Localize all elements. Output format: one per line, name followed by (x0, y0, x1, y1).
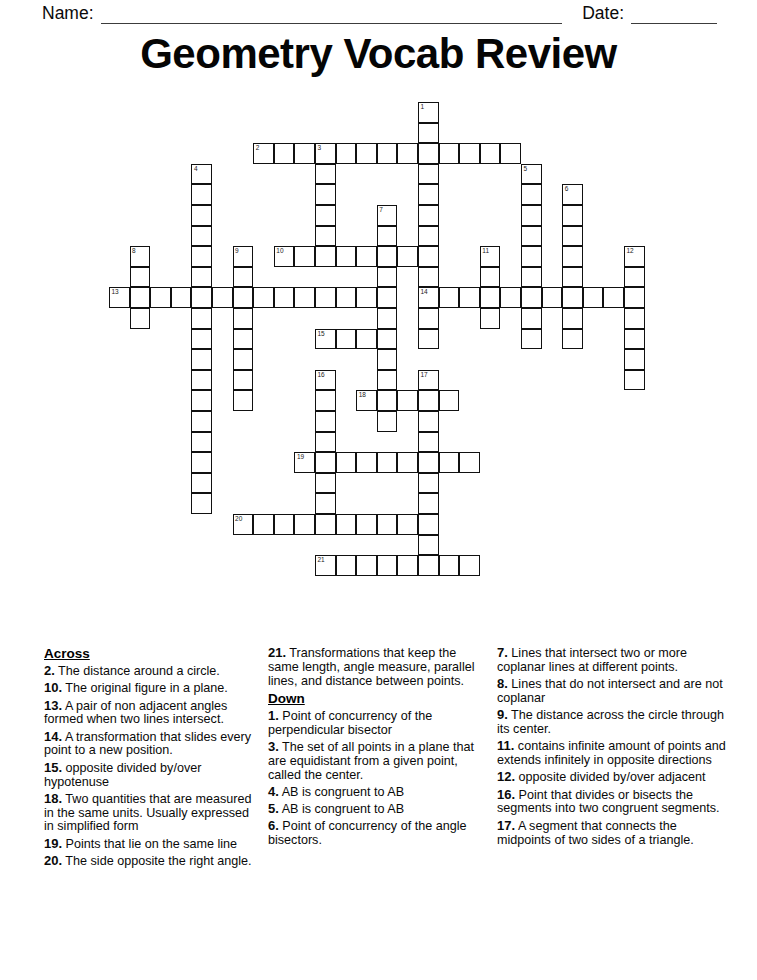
grid-cell[interactable] (171, 287, 192, 308)
grid-cell[interactable]: 13 (109, 287, 130, 308)
cell-number: 15 (318, 330, 325, 337)
grid-cell[interactable] (191, 411, 212, 432)
grid-cell[interactable] (315, 246, 336, 267)
grid-cell[interactable] (130, 287, 151, 308)
grid-cell[interactable]: 8 (130, 246, 151, 267)
grid-cell[interactable] (191, 432, 212, 453)
grid-cell[interactable] (315, 390, 336, 411)
grid-cell[interactable] (562, 287, 583, 308)
clue-11: 11. contains infinite amount of points a… (497, 739, 727, 768)
grid-cell[interactable]: 1 (418, 102, 439, 123)
grid-cell[interactable] (191, 184, 212, 205)
grid-cell[interactable]: 6 (562, 184, 583, 205)
grid-cell[interactable] (583, 287, 604, 308)
grid-cell[interactable] (624, 267, 645, 288)
grid-cell[interactable] (336, 555, 357, 576)
grid-cell[interactable] (439, 143, 460, 164)
grid-cell[interactable] (521, 246, 542, 267)
clue-4: 4. AB is congruent to AB (268, 785, 487, 800)
grid-cell[interactable] (315, 432, 336, 453)
grid-cell[interactable] (562, 267, 583, 288)
grid-cell[interactable] (356, 555, 377, 576)
grid-cell[interactable] (480, 267, 501, 288)
grid-cell[interactable] (233, 308, 254, 329)
grid-cell[interactable] (418, 514, 439, 535)
grid-cell[interactable] (521, 308, 542, 329)
clue-14: 14. A transformation that slides every p… (44, 730, 258, 759)
grid-cell[interactable] (377, 329, 398, 350)
grid-cell[interactable] (377, 349, 398, 370)
grid-cell[interactable] (439, 287, 460, 308)
grid-cell[interactable] (521, 184, 542, 205)
grid-cell[interactable] (315, 164, 336, 185)
grid-cell[interactable] (397, 246, 418, 267)
grid-cell[interactable] (624, 370, 645, 391)
cell-number: 10 (276, 247, 283, 254)
grid-cell[interactable] (480, 308, 501, 329)
grid-cell[interactable]: 21 (315, 555, 336, 576)
grid-cell[interactable] (191, 308, 212, 329)
grid-cell[interactable]: 19 (294, 452, 315, 473)
grid-cell[interactable] (274, 514, 295, 535)
cell-number: 20 (235, 515, 242, 522)
grid-cell[interactable] (377, 267, 398, 288)
grid-cell[interactable] (191, 329, 212, 350)
grid-cell[interactable] (418, 493, 439, 514)
grid-cell[interactable] (480, 143, 501, 164)
grid-cell[interactable] (603, 287, 624, 308)
grid-cell[interactable] (562, 246, 583, 267)
cell-number: 1 (421, 103, 425, 110)
grid-cell[interactable] (191, 267, 212, 288)
grid-cell[interactable]: 18 (356, 390, 377, 411)
clue-list: Across2. The distance around a circle.10… (44, 646, 737, 871)
cell-number: 11 (482, 247, 489, 254)
grid-cell[interactable] (315, 493, 336, 514)
grid-cell[interactable] (418, 123, 439, 144)
grid-cell[interactable] (397, 452, 418, 473)
grid-cell[interactable] (191, 370, 212, 391)
grid-cell[interactable] (191, 473, 212, 494)
grid-cell[interactable] (336, 329, 357, 350)
grid-cell[interactable] (336, 452, 357, 473)
grid-cell[interactable] (418, 226, 439, 247)
grid-cell[interactable]: 17 (418, 370, 439, 391)
grid-cell[interactable] (459, 555, 480, 576)
grid-cell[interactable] (294, 143, 315, 164)
grid-cell[interactable]: 10 (274, 246, 295, 267)
worksheet-page: { "header": { "name_label": "Name:", "da… (0, 0, 757, 980)
clue-7: 7. Lines that intersect two or more copl… (497, 646, 727, 675)
grid-cell[interactable] (418, 452, 439, 473)
clue-16: 16. Point that divides or bisects the se… (497, 788, 727, 817)
grid-cell[interactable] (377, 287, 398, 308)
grid-cell[interactable] (418, 390, 439, 411)
grid-cell[interactable] (356, 287, 377, 308)
grid-cell[interactable] (356, 329, 377, 350)
grid-cell[interactable] (191, 390, 212, 411)
clue-18: 18. Two quantities that are measured in … (44, 792, 258, 834)
grid-cell[interactable] (336, 143, 357, 164)
grid-cell[interactable] (377, 143, 398, 164)
grid-cell[interactable] (191, 349, 212, 370)
grid-cell[interactable] (562, 226, 583, 247)
grid-cell[interactable] (315, 452, 336, 473)
crossword-grid: 123456789101112131415161718192021 (109, 102, 646, 577)
grid-cell[interactable] (500, 143, 521, 164)
cell-number: 9 (235, 247, 239, 254)
grid-cell[interactable] (624, 329, 645, 350)
grid-cell[interactable] (418, 184, 439, 205)
grid-cell[interactable]: 14 (418, 287, 439, 308)
clue-3: 3. The set of all points in a plane that… (268, 740, 487, 782)
grid-cell[interactable] (130, 308, 151, 329)
grid-cell[interactable] (253, 287, 274, 308)
cell-number: 4 (194, 165, 198, 172)
grid-cell[interactable]: 20 (233, 514, 254, 535)
name-label: Name: (42, 2, 94, 24)
grid-cell[interactable] (315, 411, 336, 432)
clue-column-middle: 21. Transformations that keep the same l… (268, 646, 497, 871)
grid-cell[interactable] (562, 205, 583, 226)
grid-cell[interactable] (233, 267, 254, 288)
grid-cell[interactable] (315, 226, 336, 247)
grid-cell[interactable] (418, 164, 439, 185)
clue-12: 12. opposite divided by/over adjacent (497, 770, 727, 785)
grid-cell[interactable] (294, 287, 315, 308)
grid-cell[interactable] (418, 246, 439, 267)
grid-cell[interactable] (377, 308, 398, 329)
grid-cell[interactable] (253, 514, 274, 535)
date-input-line[interactable] (631, 3, 717, 24)
cell-number: 19 (297, 453, 304, 460)
grid-cell[interactable] (439, 452, 460, 473)
grid-cell[interactable] (315, 473, 336, 494)
cell-number: 2 (256, 144, 260, 151)
grid-cell[interactable] (397, 555, 418, 576)
grid-cell[interactable] (521, 267, 542, 288)
grid-cell[interactable] (315, 287, 336, 308)
grid-cell[interactable]: 16 (315, 370, 336, 391)
grid-cell[interactable] (377, 390, 398, 411)
date-label: Date: (582, 2, 624, 24)
clue-21: 21. Transformations that keep the same l… (268, 646, 487, 688)
grid-cell[interactable] (521, 205, 542, 226)
grid-cell[interactable] (624, 308, 645, 329)
grid-cell[interactable] (397, 514, 418, 535)
grid-cell[interactable] (377, 226, 398, 247)
grid-cell[interactable] (418, 308, 439, 329)
grid-cell[interactable] (233, 370, 254, 391)
grid-cell[interactable] (356, 246, 377, 267)
grid-cell[interactable] (356, 452, 377, 473)
grid-cell[interactable] (356, 143, 377, 164)
cell-number: 5 (524, 165, 528, 172)
grid-cell[interactable] (377, 246, 398, 267)
grid-cell[interactable] (315, 205, 336, 226)
clue-13: 13. A pair of non adjacent angles formed… (44, 699, 258, 728)
grid-cell[interactable] (418, 143, 439, 164)
grid-cell[interactable] (418, 411, 439, 432)
grid-cell[interactable] (521, 226, 542, 247)
cell-number: 12 (627, 247, 634, 254)
cell-number: 7 (379, 206, 383, 213)
grid-cell[interactable] (439, 390, 460, 411)
grid-cell[interactable] (397, 143, 418, 164)
cell-number: 3 (318, 144, 322, 151)
grid-cell[interactable] (191, 493, 212, 514)
grid-cell[interactable] (294, 246, 315, 267)
grid-cell[interactable] (274, 287, 295, 308)
clue-column-down: 7. Lines that intersect two or more copl… (497, 646, 737, 871)
grid-cell[interactable] (233, 349, 254, 370)
name-input-line[interactable] (101, 3, 563, 24)
grid-cell[interactable] (233, 329, 254, 350)
cell-number: 6 (565, 185, 569, 192)
grid-cell[interactable] (377, 452, 398, 473)
grid-cell[interactable] (480, 287, 501, 308)
grid-cell[interactable] (542, 287, 563, 308)
grid-cell[interactable] (624, 287, 645, 308)
grid-cell[interactable] (521, 329, 542, 350)
clue-17: 17. A segment that connects the midpoint… (497, 819, 727, 848)
grid-cell[interactable]: 12 (624, 246, 645, 267)
grid-cell[interactable] (130, 267, 151, 288)
grid-cell[interactable] (377, 370, 398, 391)
clue-9: 9. The distance across the circle throug… (497, 708, 727, 737)
grid-cell[interactable]: 5 (521, 164, 542, 185)
grid-cell[interactable] (521, 287, 542, 308)
clue-2: 2. The distance around a circle. (44, 664, 258, 679)
cell-number: 17 (421, 371, 428, 378)
cell-number: 16 (318, 371, 325, 378)
grid-cell[interactable] (418, 432, 439, 453)
grid-cell[interactable] (562, 308, 583, 329)
grid-cell[interactable] (500, 287, 521, 308)
grid-cell[interactable] (418, 555, 439, 576)
grid-cell[interactable] (294, 514, 315, 535)
grid-cell[interactable] (191, 287, 212, 308)
clue-19: 19. Points that lie on the same line (44, 837, 258, 852)
grid-cell[interactable] (459, 287, 480, 308)
name-date-header: Name: Date: (42, 2, 717, 24)
grid-cell[interactable] (418, 535, 439, 556)
grid-cell[interactable] (418, 329, 439, 350)
clue-heading-across: Across (44, 646, 258, 661)
clue-8: 8. Lines that do not intersect and are n… (497, 677, 727, 706)
clue-heading-down: Down (268, 691, 487, 706)
grid-cell[interactable] (233, 390, 254, 411)
grid-cell[interactable]: 2 (253, 143, 274, 164)
cell-number: 13 (112, 288, 119, 295)
grid-cell[interactable] (397, 390, 418, 411)
grid-cell[interactable] (356, 514, 377, 535)
grid-cell[interactable] (336, 246, 357, 267)
cell-number: 18 (359, 391, 366, 398)
clue-10: 10. The original figure in a plane. (44, 681, 258, 696)
grid-cell[interactable]: 7 (377, 205, 398, 226)
grid-cell[interactable]: 3 (315, 143, 336, 164)
clue-column-across: Across2. The distance around a circle.10… (44, 646, 268, 871)
clue-5: 5. AB is congruent to AB (268, 802, 487, 817)
grid-cell[interactable] (418, 267, 439, 288)
grid-cell[interactable] (336, 514, 357, 535)
grid-cell[interactable] (191, 246, 212, 267)
clue-1: 1. Point of concurrency of the perpendic… (268, 709, 487, 738)
clue-6: 6. Point of concurrency of the angle bis… (268, 819, 487, 848)
grid-cell[interactable] (336, 287, 357, 308)
grid-cell[interactable] (439, 555, 460, 576)
grid-cell[interactable] (418, 473, 439, 494)
grid-cell[interactable] (191, 226, 212, 247)
grid-cell[interactable]: 11 (480, 246, 501, 267)
cell-number: 8 (132, 247, 136, 254)
grid-cell[interactable] (191, 205, 212, 226)
grid-cell[interactable] (418, 205, 439, 226)
clue-15: 15. opposite divided by/over hypotenuse (44, 761, 258, 790)
grid-cell[interactable]: 15 (315, 329, 336, 350)
grid-cell[interactable] (212, 287, 233, 308)
clue-20: 20. The side opposite the right angle. (44, 854, 258, 869)
grid-cell[interactable] (315, 514, 336, 535)
grid-cell[interactable] (274, 143, 295, 164)
grid-cell[interactable] (459, 452, 480, 473)
grid-cell[interactable] (377, 555, 398, 576)
cell-number: 14 (421, 288, 428, 295)
grid-cell[interactable] (459, 143, 480, 164)
grid-cell[interactable]: 4 (191, 164, 212, 185)
grid-cell[interactable]: 9 (233, 246, 254, 267)
grid-cell[interactable] (377, 411, 398, 432)
grid-cell[interactable] (191, 452, 212, 473)
grid-cell[interactable] (377, 514, 398, 535)
grid-cell[interactable] (315, 184, 336, 205)
grid-cell[interactable] (624, 349, 645, 370)
cell-number: 21 (318, 556, 325, 563)
grid-cell[interactable] (233, 287, 254, 308)
grid-cell[interactable] (562, 329, 583, 350)
grid-cell[interactable] (150, 287, 171, 308)
page-title: Geometry Vocab Review (0, 30, 757, 78)
